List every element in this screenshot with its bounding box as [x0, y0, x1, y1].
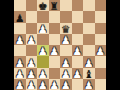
square-d1[interactable]: ♟	[49, 79, 61, 90]
square-c1[interactable]: ♟	[37, 79, 49, 90]
white-pawn-c4[interactable]: ♟	[38, 46, 47, 56]
square-b3[interactable]: ♟	[26, 56, 38, 67]
black-rook-d8[interactable]: ♜	[50, 1, 59, 11]
square-h8[interactable]	[95, 0, 107, 11]
white-pawn-c2[interactable]: ♟	[38, 68, 47, 78]
square-f8[interactable]	[72, 0, 84, 11]
square-e8[interactable]	[60, 0, 72, 11]
square-d6[interactable]	[49, 23, 61, 34]
square-f4[interactable]: ♟	[72, 45, 84, 56]
square-g4[interactable]	[83, 45, 95, 56]
square-e7[interactable]	[60, 11, 72, 22]
square-e4[interactable]	[60, 45, 72, 56]
white-pawn-a5[interactable]: ♟	[15, 35, 24, 45]
white-pawn-e5[interactable]: ♟	[61, 35, 70, 45]
white-pawn-c6[interactable]: ♟	[38, 23, 47, 33]
white-pawn-b5[interactable]: ♟	[27, 35, 36, 45]
square-h4[interactable]: ♟	[95, 45, 107, 56]
square-d4[interactable]: ♟	[49, 45, 61, 56]
square-c7[interactable]	[37, 11, 49, 22]
white-pawn-c1[interactable]: ♟	[38, 80, 47, 90]
square-g2[interactable]: ♝	[83, 68, 95, 79]
square-h1[interactable]	[95, 79, 107, 90]
square-e3[interactable]: ♟	[60, 56, 72, 67]
square-a3[interactable]: ♟	[14, 56, 26, 67]
square-d3[interactable]	[49, 56, 61, 67]
black-bishop-g2[interactable]: ♝	[84, 68, 93, 78]
letterbox-right	[106, 0, 120, 90]
square-a2[interactable]: ♟	[14, 68, 26, 79]
square-a1[interactable]: ♟	[14, 79, 26, 90]
square-b8[interactable]	[26, 0, 38, 11]
white-pawn-e3[interactable]: ♟	[61, 57, 70, 67]
square-b4[interactable]	[26, 45, 38, 56]
square-c3[interactable]	[37, 56, 49, 67]
square-h7[interactable]	[95, 11, 107, 22]
square-e1[interactable]: ♟	[60, 79, 72, 90]
white-pawn-d1[interactable]: ♟	[50, 80, 59, 90]
square-g6[interactable]	[83, 23, 95, 34]
square-c4[interactable]: ♟	[37, 45, 49, 56]
square-b7[interactable]	[26, 11, 38, 22]
white-pawn-g1[interactable]: ♟	[84, 80, 93, 90]
square-h2[interactable]	[95, 68, 107, 79]
square-h3[interactable]	[95, 56, 107, 67]
black-king-c8[interactable]: ♚	[38, 1, 47, 11]
white-pawn-f4[interactable]: ♟	[73, 46, 82, 56]
square-c5[interactable]	[37, 34, 49, 45]
square-d5[interactable]	[49, 34, 61, 45]
white-pawn-a1[interactable]: ♟	[15, 80, 24, 90]
white-pawn-a2[interactable]: ♟	[15, 68, 24, 78]
white-pawn-b2[interactable]: ♟	[27, 68, 36, 78]
square-b1[interactable]: ♟	[26, 79, 38, 90]
white-pawn-e1[interactable]: ♟	[61, 80, 70, 90]
square-f3[interactable]	[72, 56, 84, 67]
square-a6[interactable]	[14, 23, 26, 34]
square-c2[interactable]: ♟	[37, 68, 49, 79]
white-pawn-d4[interactable]: ♟	[50, 46, 59, 56]
black-queen-e6[interactable]: ♛	[61, 23, 70, 33]
white-pawn-b1[interactable]: ♟	[27, 80, 36, 90]
square-b5[interactable]: ♟	[26, 34, 38, 45]
square-d7[interactable]	[49, 11, 61, 22]
square-d8[interactable]: ♜	[49, 0, 61, 11]
square-b2[interactable]: ♟	[26, 68, 38, 79]
square-a5[interactable]: ♟	[14, 34, 26, 45]
white-pawn-h4[interactable]: ♟	[96, 46, 105, 56]
square-e5[interactable]: ♟	[60, 34, 72, 45]
square-g5[interactable]	[83, 34, 95, 45]
square-h6[interactable]	[95, 23, 107, 34]
square-g8[interactable]	[83, 0, 95, 11]
game-screenshot: ♚♜♟♟♛♟♟♟♟♟♟♟♟♟♟♟♟♟♟♟♟♝♟♟♟♟♟♟	[0, 0, 120, 90]
chess-board: ♚♜♟♟♛♟♟♟♟♟♟♟♟♟♟♟♟♟♟♟♟♝♟♟♟♟♟♟	[14, 0, 106, 90]
square-a8[interactable]	[14, 0, 26, 11]
square-a4[interactable]	[14, 45, 26, 56]
square-e2[interactable]: ♟	[60, 68, 72, 79]
square-g3[interactable]: ♟	[83, 56, 95, 67]
letterbox-left	[0, 0, 14, 90]
white-pawn-b3[interactable]: ♟	[27, 57, 36, 67]
square-b6[interactable]	[26, 23, 38, 34]
square-f6[interactable]	[72, 23, 84, 34]
square-e6[interactable]: ♛	[60, 23, 72, 34]
square-f7[interactable]	[72, 11, 84, 22]
square-g7[interactable]	[83, 11, 95, 22]
square-d2[interactable]	[49, 68, 61, 79]
square-g1[interactable]: ♟	[83, 79, 95, 90]
square-c6[interactable]: ♟	[37, 23, 49, 34]
white-pawn-a3[interactable]: ♟	[15, 57, 24, 67]
square-f1[interactable]	[72, 79, 84, 90]
square-h5[interactable]	[95, 34, 107, 45]
square-f5[interactable]	[72, 34, 84, 45]
square-c8[interactable]: ♚	[37, 0, 49, 11]
white-pawn-f2[interactable]: ♟	[73, 68, 82, 78]
white-pawn-e2[interactable]: ♟	[61, 68, 70, 78]
square-a7[interactable]: ♟	[14, 11, 26, 22]
black-pawn-a7[interactable]: ♟	[15, 12, 24, 22]
white-pawn-g3[interactable]: ♟	[84, 57, 93, 67]
square-f2[interactable]: ♟	[72, 68, 84, 79]
